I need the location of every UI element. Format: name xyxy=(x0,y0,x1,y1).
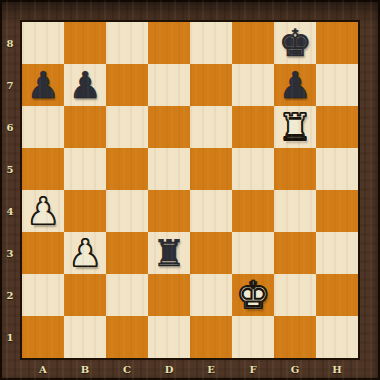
square-e8[interactable] xyxy=(190,22,232,64)
square-c2[interactable] xyxy=(106,274,148,316)
square-e2[interactable] xyxy=(190,274,232,316)
square-a2[interactable] xyxy=(22,274,64,316)
square-a6[interactable] xyxy=(22,106,64,148)
square-d6[interactable] xyxy=(148,106,190,148)
rank-label-7: 7 xyxy=(0,64,20,106)
square-h6[interactable] xyxy=(316,106,358,148)
square-e5[interactable] xyxy=(190,148,232,190)
square-h5[interactable] xyxy=(316,148,358,190)
file-label-a: A xyxy=(22,360,64,380)
square-d8[interactable] xyxy=(148,22,190,64)
rank-label-5: 5 xyxy=(0,148,20,190)
piece-black-pawn-b7[interactable]: ♟ xyxy=(64,64,106,106)
square-e4[interactable] xyxy=(190,190,232,232)
square-f3[interactable] xyxy=(232,232,274,274)
square-b8[interactable] xyxy=(64,22,106,64)
square-b1[interactable] xyxy=(64,316,106,358)
piece-black-pawn-g7[interactable]: ♟ xyxy=(274,64,316,106)
file-label-g: G xyxy=(274,360,316,380)
square-g6[interactable]: ♜ xyxy=(274,106,316,148)
square-b3[interactable]: ♟ xyxy=(64,232,106,274)
square-b5[interactable] xyxy=(64,148,106,190)
square-b2[interactable] xyxy=(64,274,106,316)
square-a7[interactable]: ♟ xyxy=(22,64,64,106)
square-f5[interactable] xyxy=(232,148,274,190)
square-d5[interactable] xyxy=(148,148,190,190)
square-c3[interactable] xyxy=(106,232,148,274)
square-g3[interactable] xyxy=(274,232,316,274)
square-a8[interactable] xyxy=(22,22,64,64)
square-c7[interactable] xyxy=(106,64,148,106)
square-e7[interactable] xyxy=(190,64,232,106)
square-f7[interactable] xyxy=(232,64,274,106)
piece-white-pawn-a4[interactable]: ♟ xyxy=(22,190,64,232)
square-d7[interactable] xyxy=(148,64,190,106)
square-h7[interactable] xyxy=(316,64,358,106)
file-label-f: F xyxy=(232,360,274,380)
square-c5[interactable] xyxy=(106,148,148,190)
square-h8[interactable] xyxy=(316,22,358,64)
piece-white-pawn-b3[interactable]: ♟ xyxy=(64,232,106,274)
square-f2[interactable]: ♚ xyxy=(232,274,274,316)
square-h3[interactable] xyxy=(316,232,358,274)
square-d4[interactable] xyxy=(148,190,190,232)
square-f8[interactable] xyxy=(232,22,274,64)
square-a1[interactable] xyxy=(22,316,64,358)
square-b4[interactable] xyxy=(64,190,106,232)
piece-white-rook-g6[interactable]: ♜ xyxy=(274,106,316,148)
square-h2[interactable] xyxy=(316,274,358,316)
rank-label-3: 3 xyxy=(0,232,20,274)
square-c1[interactable] xyxy=(106,316,148,358)
rank-label-2: 2 xyxy=(0,274,20,316)
square-h4[interactable] xyxy=(316,190,358,232)
piece-black-pawn-a7[interactable]: ♟ xyxy=(22,64,64,106)
square-h1[interactable] xyxy=(316,316,358,358)
square-g1[interactable] xyxy=(274,316,316,358)
square-c8[interactable] xyxy=(106,22,148,64)
square-d1[interactable] xyxy=(148,316,190,358)
square-e3[interactable] xyxy=(190,232,232,274)
file-label-c: C xyxy=(106,360,148,380)
piece-black-rook-d3[interactable]: ♜ xyxy=(148,232,190,274)
chess-board[interactable]: ♚♟♟♟♜♟♟♜♚ xyxy=(20,20,360,360)
square-e1[interactable] xyxy=(190,316,232,358)
square-d3[interactable]: ♜ xyxy=(148,232,190,274)
file-label-d: D xyxy=(148,360,190,380)
piece-white-king-f2[interactable]: ♚ xyxy=(232,274,274,316)
square-e6[interactable] xyxy=(190,106,232,148)
square-c6[interactable] xyxy=(106,106,148,148)
square-g8[interactable]: ♚ xyxy=(274,22,316,64)
square-d2[interactable] xyxy=(148,274,190,316)
square-a5[interactable] xyxy=(22,148,64,190)
square-a4[interactable]: ♟ xyxy=(22,190,64,232)
rank-label-6: 6 xyxy=(0,106,20,148)
square-g4[interactable] xyxy=(274,190,316,232)
file-label-b: B xyxy=(64,360,106,380)
square-c4[interactable] xyxy=(106,190,148,232)
file-labels: ABCDEFGH xyxy=(22,360,358,380)
rank-label-4: 4 xyxy=(0,190,20,232)
file-label-h: H xyxy=(316,360,358,380)
square-f1[interactable] xyxy=(232,316,274,358)
square-g5[interactable] xyxy=(274,148,316,190)
square-g2[interactable] xyxy=(274,274,316,316)
rank-labels: 87654321 xyxy=(0,22,20,358)
square-b6[interactable] xyxy=(64,106,106,148)
square-g7[interactable]: ♟ xyxy=(274,64,316,106)
square-f6[interactable] xyxy=(232,106,274,148)
rank-label-8: 8 xyxy=(0,22,20,64)
file-label-e: E xyxy=(190,360,232,380)
piece-black-king-g8[interactable]: ♚ xyxy=(274,22,316,64)
square-b7[interactable]: ♟ xyxy=(64,64,106,106)
square-a3[interactable] xyxy=(22,232,64,274)
chess-board-frame: 87654321 ABCDEFGH ♚♟♟♟♜♟♟♜♚ xyxy=(0,0,380,380)
rank-label-1: 1 xyxy=(0,316,20,358)
square-f4[interactable] xyxy=(232,190,274,232)
